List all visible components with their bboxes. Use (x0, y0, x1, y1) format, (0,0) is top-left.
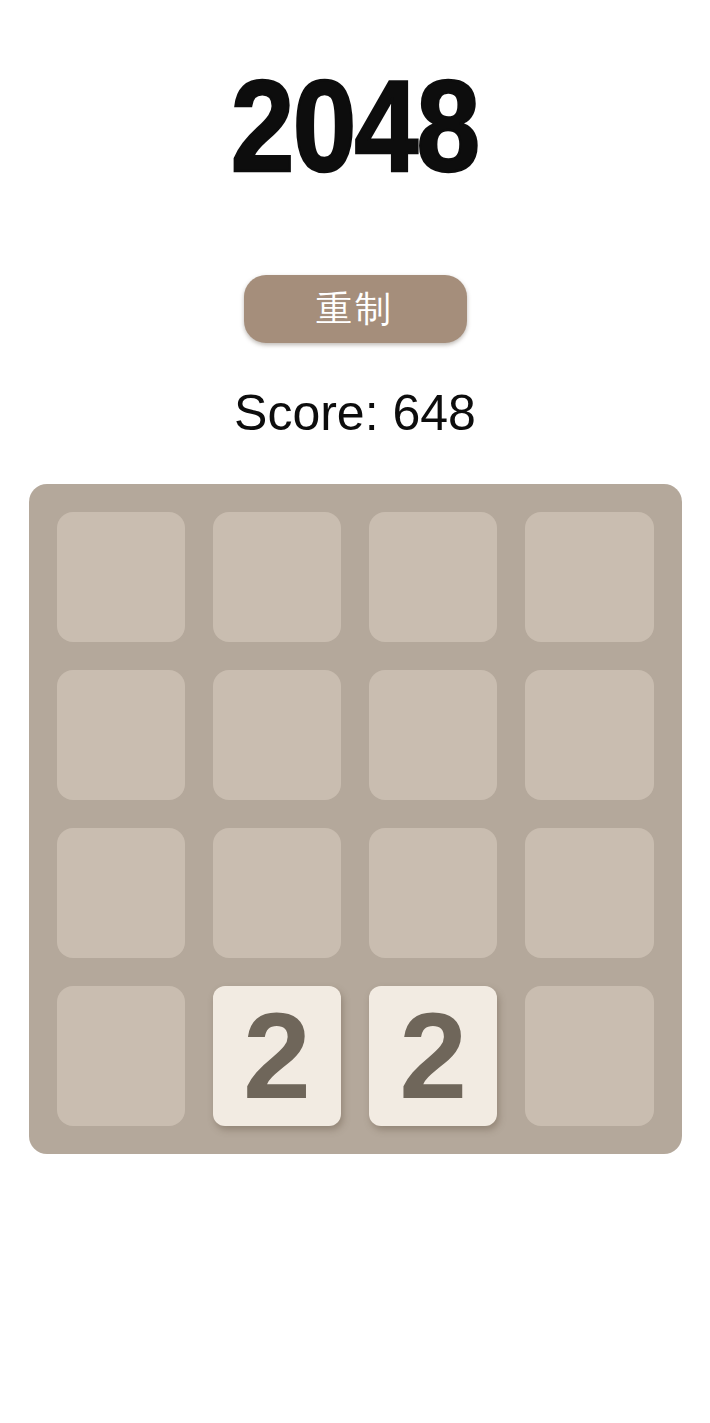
board-cell (213, 670, 341, 800)
board-cell (525, 828, 653, 958)
tile-2: 2 (213, 986, 341, 1126)
board-cell (57, 512, 185, 642)
board-cell (57, 986, 185, 1126)
board-cell (369, 670, 497, 800)
board-cell (525, 512, 653, 642)
board-cell (57, 670, 185, 800)
reset-button[interactable]: 重制 (244, 275, 467, 343)
game-board[interactable]: 22 (29, 484, 682, 1154)
app-screen: 2048 重制 Score: 648 22 (0, 0, 710, 1423)
score-value: 648 (392, 385, 475, 441)
app-title: 2048 (231, 61, 478, 191)
board-cell (525, 670, 653, 800)
board-cell (57, 828, 185, 958)
board-cell (369, 512, 497, 642)
score-label: Score: (234, 385, 379, 441)
board-cell (525, 986, 653, 1126)
tile-2: 2 (369, 986, 497, 1126)
score-display: Score: 648 (234, 385, 476, 441)
board-cell (213, 828, 341, 958)
board-cell (213, 512, 341, 642)
board-cell (369, 828, 497, 958)
